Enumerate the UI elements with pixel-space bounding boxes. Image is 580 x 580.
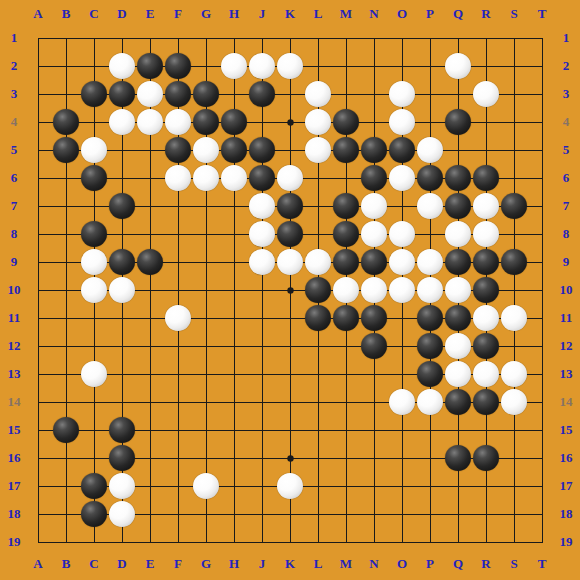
intersection-A4[interactable] bbox=[24, 108, 52, 136]
intersection-C7[interactable] bbox=[80, 192, 108, 220]
intersection-J11[interactable] bbox=[248, 304, 276, 332]
intersection-J9[interactable] bbox=[248, 248, 276, 276]
intersection-O4[interactable] bbox=[388, 108, 416, 136]
intersection-M1[interactable] bbox=[332, 24, 360, 52]
intersection-T11[interactable] bbox=[528, 304, 556, 332]
intersection-T14[interactable] bbox=[528, 388, 556, 416]
intersection-P14[interactable] bbox=[416, 388, 444, 416]
intersection-L7[interactable] bbox=[304, 192, 332, 220]
intersection-K1[interactable] bbox=[276, 24, 304, 52]
intersection-O10[interactable] bbox=[388, 276, 416, 304]
intersection-Q17[interactable] bbox=[444, 472, 472, 500]
intersection-K12[interactable] bbox=[276, 332, 304, 360]
intersection-O17[interactable] bbox=[388, 472, 416, 500]
intersection-J13[interactable] bbox=[248, 360, 276, 388]
intersection-B11[interactable] bbox=[52, 304, 80, 332]
intersection-H7[interactable] bbox=[220, 192, 248, 220]
intersection-T4[interactable] bbox=[528, 108, 556, 136]
intersection-O6[interactable] bbox=[388, 164, 416, 192]
intersection-C13[interactable] bbox=[80, 360, 108, 388]
intersection-O14[interactable] bbox=[388, 388, 416, 416]
intersection-S3[interactable] bbox=[500, 80, 528, 108]
intersection-O11[interactable] bbox=[388, 304, 416, 332]
intersection-H2[interactable] bbox=[220, 52, 248, 80]
intersection-F7[interactable] bbox=[164, 192, 192, 220]
intersection-B18[interactable] bbox=[52, 500, 80, 528]
intersection-J8[interactable] bbox=[248, 220, 276, 248]
intersection-N14[interactable] bbox=[360, 388, 388, 416]
intersection-K18[interactable] bbox=[276, 500, 304, 528]
intersection-C12[interactable] bbox=[80, 332, 108, 360]
intersection-K7[interactable] bbox=[276, 192, 304, 220]
intersection-G9[interactable] bbox=[192, 248, 220, 276]
intersection-K17[interactable] bbox=[276, 472, 304, 500]
intersection-F3[interactable] bbox=[164, 80, 192, 108]
intersection-P19[interactable] bbox=[416, 528, 444, 556]
intersection-O1[interactable] bbox=[388, 24, 416, 52]
intersection-T7[interactable] bbox=[528, 192, 556, 220]
intersection-C14[interactable] bbox=[80, 388, 108, 416]
intersection-Q7[interactable] bbox=[444, 192, 472, 220]
intersection-P8[interactable] bbox=[416, 220, 444, 248]
intersection-M3[interactable] bbox=[332, 80, 360, 108]
intersection-F11[interactable] bbox=[164, 304, 192, 332]
intersection-H16[interactable] bbox=[220, 444, 248, 472]
intersection-J14[interactable] bbox=[248, 388, 276, 416]
intersection-E14[interactable] bbox=[136, 388, 164, 416]
intersection-G8[interactable] bbox=[192, 220, 220, 248]
intersection-K6[interactable] bbox=[276, 164, 304, 192]
intersection-R11[interactable] bbox=[472, 304, 500, 332]
intersection-C3[interactable] bbox=[80, 80, 108, 108]
intersection-J5[interactable] bbox=[248, 136, 276, 164]
intersection-H18[interactable] bbox=[220, 500, 248, 528]
intersection-M12[interactable] bbox=[332, 332, 360, 360]
intersection-D10[interactable] bbox=[108, 276, 136, 304]
intersection-D1[interactable] bbox=[108, 24, 136, 52]
intersection-C5[interactable] bbox=[80, 136, 108, 164]
intersection-F4[interactable] bbox=[164, 108, 192, 136]
intersection-R2[interactable] bbox=[472, 52, 500, 80]
intersection-H15[interactable] bbox=[220, 416, 248, 444]
intersection-D6[interactable] bbox=[108, 164, 136, 192]
intersection-S17[interactable] bbox=[500, 472, 528, 500]
intersection-L18[interactable] bbox=[304, 500, 332, 528]
intersection-G10[interactable] bbox=[192, 276, 220, 304]
intersection-N13[interactable] bbox=[360, 360, 388, 388]
intersection-E19[interactable] bbox=[136, 528, 164, 556]
intersection-F12[interactable] bbox=[164, 332, 192, 360]
intersection-T3[interactable] bbox=[528, 80, 556, 108]
intersection-D5[interactable] bbox=[108, 136, 136, 164]
intersection-O16[interactable] bbox=[388, 444, 416, 472]
intersection-S14[interactable] bbox=[500, 388, 528, 416]
intersection-R15[interactable] bbox=[472, 416, 500, 444]
intersection-N3[interactable] bbox=[360, 80, 388, 108]
intersection-C15[interactable] bbox=[80, 416, 108, 444]
intersection-N17[interactable] bbox=[360, 472, 388, 500]
intersection-E5[interactable] bbox=[136, 136, 164, 164]
intersection-H11[interactable] bbox=[220, 304, 248, 332]
intersection-A17[interactable] bbox=[24, 472, 52, 500]
intersection-L13[interactable] bbox=[304, 360, 332, 388]
intersection-H8[interactable] bbox=[220, 220, 248, 248]
intersection-H1[interactable] bbox=[220, 24, 248, 52]
intersection-E6[interactable] bbox=[136, 164, 164, 192]
intersection-G7[interactable] bbox=[192, 192, 220, 220]
intersection-G3[interactable] bbox=[192, 80, 220, 108]
intersection-E7[interactable] bbox=[136, 192, 164, 220]
intersection-N8[interactable] bbox=[360, 220, 388, 248]
intersection-J6[interactable] bbox=[248, 164, 276, 192]
intersection-F16[interactable] bbox=[164, 444, 192, 472]
intersection-N10[interactable] bbox=[360, 276, 388, 304]
intersection-Q10[interactable] bbox=[444, 276, 472, 304]
intersection-F2[interactable] bbox=[164, 52, 192, 80]
intersection-J3[interactable] bbox=[248, 80, 276, 108]
intersection-B15[interactable] bbox=[52, 416, 80, 444]
intersection-O3[interactable] bbox=[388, 80, 416, 108]
intersection-G4[interactable] bbox=[192, 108, 220, 136]
intersection-B1[interactable] bbox=[52, 24, 80, 52]
intersection-S4[interactable] bbox=[500, 108, 528, 136]
intersection-D2[interactable] bbox=[108, 52, 136, 80]
intersection-B10[interactable] bbox=[52, 276, 80, 304]
intersection-M2[interactable] bbox=[332, 52, 360, 80]
intersection-S15[interactable] bbox=[500, 416, 528, 444]
intersection-E18[interactable] bbox=[136, 500, 164, 528]
intersection-P16[interactable] bbox=[416, 444, 444, 472]
intersection-J1[interactable] bbox=[248, 24, 276, 52]
intersection-A18[interactable] bbox=[24, 500, 52, 528]
intersection-P7[interactable] bbox=[416, 192, 444, 220]
intersection-G13[interactable] bbox=[192, 360, 220, 388]
intersection-H14[interactable] bbox=[220, 388, 248, 416]
intersection-P4[interactable] bbox=[416, 108, 444, 136]
intersection-C19[interactable] bbox=[80, 528, 108, 556]
intersection-P17[interactable] bbox=[416, 472, 444, 500]
intersection-P18[interactable] bbox=[416, 500, 444, 528]
intersection-K2[interactable] bbox=[276, 52, 304, 80]
intersection-N7[interactable] bbox=[360, 192, 388, 220]
intersection-S1[interactable] bbox=[500, 24, 528, 52]
intersection-R14[interactable] bbox=[472, 388, 500, 416]
intersection-P6[interactable] bbox=[416, 164, 444, 192]
intersection-G11[interactable] bbox=[192, 304, 220, 332]
intersection-K3[interactable] bbox=[276, 80, 304, 108]
intersection-F15[interactable] bbox=[164, 416, 192, 444]
intersection-T9[interactable] bbox=[528, 248, 556, 276]
intersection-C10[interactable] bbox=[80, 276, 108, 304]
intersection-C2[interactable] bbox=[80, 52, 108, 80]
intersection-F8[interactable] bbox=[164, 220, 192, 248]
intersection-C4[interactable] bbox=[80, 108, 108, 136]
intersection-S8[interactable] bbox=[500, 220, 528, 248]
intersection-B9[interactable] bbox=[52, 248, 80, 276]
intersection-H19[interactable] bbox=[220, 528, 248, 556]
intersection-D4[interactable] bbox=[108, 108, 136, 136]
intersection-M17[interactable] bbox=[332, 472, 360, 500]
intersection-Q2[interactable] bbox=[444, 52, 472, 80]
intersection-N5[interactable] bbox=[360, 136, 388, 164]
intersection-B13[interactable] bbox=[52, 360, 80, 388]
intersection-B6[interactable] bbox=[52, 164, 80, 192]
intersection-L8[interactable] bbox=[304, 220, 332, 248]
intersection-A11[interactable] bbox=[24, 304, 52, 332]
intersection-N16[interactable] bbox=[360, 444, 388, 472]
intersection-Q5[interactable] bbox=[444, 136, 472, 164]
intersection-S16[interactable] bbox=[500, 444, 528, 472]
intersection-T16[interactable] bbox=[528, 444, 556, 472]
intersection-L19[interactable] bbox=[304, 528, 332, 556]
intersection-N12[interactable] bbox=[360, 332, 388, 360]
intersection-E1[interactable] bbox=[136, 24, 164, 52]
intersection-B8[interactable] bbox=[52, 220, 80, 248]
intersection-A3[interactable] bbox=[24, 80, 52, 108]
intersection-D12[interactable] bbox=[108, 332, 136, 360]
intersection-D15[interactable] bbox=[108, 416, 136, 444]
intersection-H6[interactable] bbox=[220, 164, 248, 192]
intersection-E10[interactable] bbox=[136, 276, 164, 304]
intersection-C11[interactable] bbox=[80, 304, 108, 332]
intersection-L3[interactable] bbox=[304, 80, 332, 108]
intersection-T8[interactable] bbox=[528, 220, 556, 248]
intersection-H5[interactable] bbox=[220, 136, 248, 164]
intersection-Q3[interactable] bbox=[444, 80, 472, 108]
intersection-N18[interactable] bbox=[360, 500, 388, 528]
intersection-R10[interactable] bbox=[472, 276, 500, 304]
intersection-R19[interactable] bbox=[472, 528, 500, 556]
intersection-K5[interactable] bbox=[276, 136, 304, 164]
intersection-J19[interactable] bbox=[248, 528, 276, 556]
intersection-R17[interactable] bbox=[472, 472, 500, 500]
intersection-A13[interactable] bbox=[24, 360, 52, 388]
intersection-D9[interactable] bbox=[108, 248, 136, 276]
intersection-B5[interactable] bbox=[52, 136, 80, 164]
intersection-F13[interactable] bbox=[164, 360, 192, 388]
intersection-F19[interactable] bbox=[164, 528, 192, 556]
intersection-F17[interactable] bbox=[164, 472, 192, 500]
intersection-T18[interactable] bbox=[528, 500, 556, 528]
intersection-F6[interactable] bbox=[164, 164, 192, 192]
intersection-M7[interactable] bbox=[332, 192, 360, 220]
intersection-P11[interactable] bbox=[416, 304, 444, 332]
intersection-K10[interactable] bbox=[276, 276, 304, 304]
intersection-R16[interactable] bbox=[472, 444, 500, 472]
intersection-A8[interactable] bbox=[24, 220, 52, 248]
intersection-T19[interactable] bbox=[528, 528, 556, 556]
intersection-L17[interactable] bbox=[304, 472, 332, 500]
intersection-K11[interactable] bbox=[276, 304, 304, 332]
intersection-D13[interactable] bbox=[108, 360, 136, 388]
intersection-K4[interactable] bbox=[276, 108, 304, 136]
intersection-E17[interactable] bbox=[136, 472, 164, 500]
intersection-B12[interactable] bbox=[52, 332, 80, 360]
intersection-N2[interactable] bbox=[360, 52, 388, 80]
intersection-J10[interactable] bbox=[248, 276, 276, 304]
intersection-O19[interactable] bbox=[388, 528, 416, 556]
intersection-D3[interactable] bbox=[108, 80, 136, 108]
intersection-Q14[interactable] bbox=[444, 388, 472, 416]
intersection-L9[interactable] bbox=[304, 248, 332, 276]
intersection-G12[interactable] bbox=[192, 332, 220, 360]
intersection-P9[interactable] bbox=[416, 248, 444, 276]
intersection-L5[interactable] bbox=[304, 136, 332, 164]
intersection-K15[interactable] bbox=[276, 416, 304, 444]
intersection-O18[interactable] bbox=[388, 500, 416, 528]
intersection-K9[interactable] bbox=[276, 248, 304, 276]
intersection-C6[interactable] bbox=[80, 164, 108, 192]
intersection-H3[interactable] bbox=[220, 80, 248, 108]
intersection-T12[interactable] bbox=[528, 332, 556, 360]
intersection-A1[interactable] bbox=[24, 24, 52, 52]
intersection-F9[interactable] bbox=[164, 248, 192, 276]
intersection-O9[interactable] bbox=[388, 248, 416, 276]
intersection-D11[interactable] bbox=[108, 304, 136, 332]
intersection-L15[interactable] bbox=[304, 416, 332, 444]
intersection-F14[interactable] bbox=[164, 388, 192, 416]
intersection-R6[interactable] bbox=[472, 164, 500, 192]
intersection-S9[interactable] bbox=[500, 248, 528, 276]
intersection-E12[interactable] bbox=[136, 332, 164, 360]
intersection-L11[interactable] bbox=[304, 304, 332, 332]
intersection-B7[interactable] bbox=[52, 192, 80, 220]
intersection-L12[interactable] bbox=[304, 332, 332, 360]
intersection-E4[interactable] bbox=[136, 108, 164, 136]
intersection-M15[interactable] bbox=[332, 416, 360, 444]
intersection-O8[interactable] bbox=[388, 220, 416, 248]
intersection-G2[interactable] bbox=[192, 52, 220, 80]
intersection-G19[interactable] bbox=[192, 528, 220, 556]
intersection-M5[interactable] bbox=[332, 136, 360, 164]
intersection-A2[interactable] bbox=[24, 52, 52, 80]
intersection-A12[interactable] bbox=[24, 332, 52, 360]
intersection-Q18[interactable] bbox=[444, 500, 472, 528]
intersection-C18[interactable] bbox=[80, 500, 108, 528]
intersection-O7[interactable] bbox=[388, 192, 416, 220]
intersection-E9[interactable] bbox=[136, 248, 164, 276]
intersection-Q15[interactable] bbox=[444, 416, 472, 444]
intersection-D14[interactable] bbox=[108, 388, 136, 416]
intersection-J16[interactable] bbox=[248, 444, 276, 472]
intersection-M9[interactable] bbox=[332, 248, 360, 276]
intersection-G1[interactable] bbox=[192, 24, 220, 52]
intersection-C16[interactable] bbox=[80, 444, 108, 472]
intersection-G18[interactable] bbox=[192, 500, 220, 528]
intersection-P12[interactable] bbox=[416, 332, 444, 360]
intersection-J4[interactable] bbox=[248, 108, 276, 136]
intersection-N19[interactable] bbox=[360, 528, 388, 556]
intersection-Q6[interactable] bbox=[444, 164, 472, 192]
intersection-P13[interactable] bbox=[416, 360, 444, 388]
intersection-T17[interactable] bbox=[528, 472, 556, 500]
intersection-J7[interactable] bbox=[248, 192, 276, 220]
intersection-S2[interactable] bbox=[500, 52, 528, 80]
intersection-C8[interactable] bbox=[80, 220, 108, 248]
intersection-R9[interactable] bbox=[472, 248, 500, 276]
intersection-L6[interactable] bbox=[304, 164, 332, 192]
intersection-A7[interactable] bbox=[24, 192, 52, 220]
intersection-S5[interactable] bbox=[500, 136, 528, 164]
intersection-Q13[interactable] bbox=[444, 360, 472, 388]
intersection-Q9[interactable] bbox=[444, 248, 472, 276]
intersection-J17[interactable] bbox=[248, 472, 276, 500]
intersection-D19[interactable] bbox=[108, 528, 136, 556]
intersection-F10[interactable] bbox=[164, 276, 192, 304]
intersection-S11[interactable] bbox=[500, 304, 528, 332]
intersection-P15[interactable] bbox=[416, 416, 444, 444]
intersection-J2[interactable] bbox=[248, 52, 276, 80]
intersection-Q8[interactable] bbox=[444, 220, 472, 248]
intersection-T5[interactable] bbox=[528, 136, 556, 164]
intersection-R4[interactable] bbox=[472, 108, 500, 136]
intersection-O15[interactable] bbox=[388, 416, 416, 444]
intersection-Q1[interactable] bbox=[444, 24, 472, 52]
intersection-D18[interactable] bbox=[108, 500, 136, 528]
intersection-S18[interactable] bbox=[500, 500, 528, 528]
intersection-N9[interactable] bbox=[360, 248, 388, 276]
intersection-R5[interactable] bbox=[472, 136, 500, 164]
intersection-N11[interactable] bbox=[360, 304, 388, 332]
intersection-C17[interactable] bbox=[80, 472, 108, 500]
intersection-T1[interactable] bbox=[528, 24, 556, 52]
intersection-G15[interactable] bbox=[192, 416, 220, 444]
intersection-P3[interactable] bbox=[416, 80, 444, 108]
intersection-D7[interactable] bbox=[108, 192, 136, 220]
intersection-A16[interactable] bbox=[24, 444, 52, 472]
intersection-E3[interactable] bbox=[136, 80, 164, 108]
intersection-R12[interactable] bbox=[472, 332, 500, 360]
intersection-M19[interactable] bbox=[332, 528, 360, 556]
intersection-O5[interactable] bbox=[388, 136, 416, 164]
intersection-E11[interactable] bbox=[136, 304, 164, 332]
intersection-B16[interactable] bbox=[52, 444, 80, 472]
intersection-F1[interactable] bbox=[164, 24, 192, 52]
intersection-M16[interactable] bbox=[332, 444, 360, 472]
intersection-E2[interactable] bbox=[136, 52, 164, 80]
intersection-P2[interactable] bbox=[416, 52, 444, 80]
intersection-N1[interactable] bbox=[360, 24, 388, 52]
intersection-S12[interactable] bbox=[500, 332, 528, 360]
intersection-R13[interactable] bbox=[472, 360, 500, 388]
intersection-G16[interactable] bbox=[192, 444, 220, 472]
intersection-K14[interactable] bbox=[276, 388, 304, 416]
intersection-M8[interactable] bbox=[332, 220, 360, 248]
intersection-J18[interactable] bbox=[248, 500, 276, 528]
intersection-M10[interactable] bbox=[332, 276, 360, 304]
intersection-S7[interactable] bbox=[500, 192, 528, 220]
intersection-N4[interactable] bbox=[360, 108, 388, 136]
intersection-P1[interactable] bbox=[416, 24, 444, 52]
intersection-S13[interactable] bbox=[500, 360, 528, 388]
intersection-P10[interactable] bbox=[416, 276, 444, 304]
intersection-A15[interactable] bbox=[24, 416, 52, 444]
intersection-Q11[interactable] bbox=[444, 304, 472, 332]
intersection-D16[interactable] bbox=[108, 444, 136, 472]
intersection-K16[interactable] bbox=[276, 444, 304, 472]
intersection-E13[interactable] bbox=[136, 360, 164, 388]
intersection-J12[interactable] bbox=[248, 332, 276, 360]
intersection-D17[interactable] bbox=[108, 472, 136, 500]
intersection-T2[interactable] bbox=[528, 52, 556, 80]
intersection-S6[interactable] bbox=[500, 164, 528, 192]
intersection-K13[interactable] bbox=[276, 360, 304, 388]
intersection-L10[interactable] bbox=[304, 276, 332, 304]
intersection-M11[interactable] bbox=[332, 304, 360, 332]
intersection-S10[interactable] bbox=[500, 276, 528, 304]
intersection-K8[interactable] bbox=[276, 220, 304, 248]
intersection-L4[interactable] bbox=[304, 108, 332, 136]
